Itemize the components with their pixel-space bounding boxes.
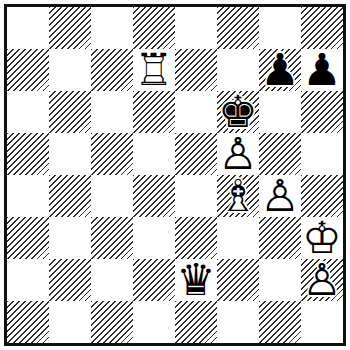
square-b2[interactable]: [49, 259, 91, 301]
square-f7[interactable]: [217, 49, 259, 91]
square-b7[interactable]: [49, 49, 91, 91]
square-d7[interactable]: ♜♖: [133, 49, 175, 91]
square-c4[interactable]: [91, 175, 133, 217]
square-b8[interactable]: [49, 7, 91, 49]
square-a5[interactable]: [7, 133, 49, 175]
square-g4[interactable]: ♟♙: [259, 175, 301, 217]
square-a6[interactable]: [7, 91, 49, 133]
white-pawn-backing: ♟: [259, 175, 301, 217]
white-pawn-backing: ♟: [301, 259, 343, 301]
black-queen[interactable]: ♛: [175, 259, 217, 301]
square-h4[interactable]: [301, 175, 343, 217]
square-d3[interactable]: [133, 217, 175, 259]
square-e6[interactable]: [175, 91, 217, 133]
square-e4[interactable]: [175, 175, 217, 217]
chess-diagram-page: ♜♖♟♟♚♟♙♝♗♟♙♚♔♛♟♙: [0, 0, 350, 350]
square-f1[interactable]: [217, 301, 259, 343]
square-e2[interactable]: ♛: [175, 259, 217, 301]
white-pawn-backing: ♟: [217, 133, 259, 175]
square-e3[interactable]: [175, 217, 217, 259]
square-g6[interactable]: [259, 91, 301, 133]
square-a2[interactable]: [7, 259, 49, 301]
square-h2[interactable]: ♟♙: [301, 259, 343, 301]
square-c3[interactable]: [91, 217, 133, 259]
square-g2[interactable]: [259, 259, 301, 301]
white-pawn[interactable]: ♙: [301, 259, 343, 301]
square-b1[interactable]: [49, 301, 91, 343]
square-h8[interactable]: [301, 7, 343, 49]
black-king[interactable]: ♚: [217, 91, 259, 133]
square-f8[interactable]: [217, 7, 259, 49]
square-d5[interactable]: [133, 133, 175, 175]
white-rook[interactable]: ♖: [133, 49, 175, 91]
square-g1[interactable]: [259, 301, 301, 343]
chessboard-frame: ♜♖♟♟♚♟♙♝♗♟♙♚♔♛♟♙: [4, 4, 346, 346]
white-pawn[interactable]: ♙: [217, 133, 259, 175]
square-c5[interactable]: [91, 133, 133, 175]
square-d1[interactable]: [133, 301, 175, 343]
square-f5[interactable]: ♟♙: [217, 133, 259, 175]
white-rook-backing: ♜: [133, 49, 175, 91]
square-a1[interactable]: [7, 301, 49, 343]
square-e8[interactable]: [175, 7, 217, 49]
white-king-backing: ♚: [301, 217, 343, 259]
white-bishop-backing: ♝: [217, 175, 259, 217]
square-b4[interactable]: [49, 175, 91, 217]
square-b5[interactable]: [49, 133, 91, 175]
white-bishop[interactable]: ♗: [217, 175, 259, 217]
square-d8[interactable]: [133, 7, 175, 49]
square-f2[interactable]: [217, 259, 259, 301]
square-g3[interactable]: [259, 217, 301, 259]
square-d6[interactable]: [133, 91, 175, 133]
square-c7[interactable]: [91, 49, 133, 91]
square-e5[interactable]: [175, 133, 217, 175]
black-pawn[interactable]: ♟: [259, 49, 301, 91]
square-c6[interactable]: [91, 91, 133, 133]
white-king[interactable]: ♔: [301, 217, 343, 259]
square-c1[interactable]: [91, 301, 133, 343]
square-g5[interactable]: [259, 133, 301, 175]
square-b3[interactable]: [49, 217, 91, 259]
black-pawn[interactable]: ♟: [301, 49, 343, 91]
square-h3[interactable]: ♚♔: [301, 217, 343, 259]
square-f6[interactable]: ♚: [217, 91, 259, 133]
square-f4[interactable]: ♝♗: [217, 175, 259, 217]
square-a8[interactable]: [7, 7, 49, 49]
square-c8[interactable]: [91, 7, 133, 49]
square-e7[interactable]: [175, 49, 217, 91]
square-b6[interactable]: [49, 91, 91, 133]
chessboard: ♜♖♟♟♚♟♙♝♗♟♙♚♔♛♟♙: [7, 7, 343, 343]
square-g7[interactable]: ♟: [259, 49, 301, 91]
square-a7[interactable]: [7, 49, 49, 91]
square-h5[interactable]: [301, 133, 343, 175]
square-d4[interactable]: [133, 175, 175, 217]
square-c2[interactable]: [91, 259, 133, 301]
square-a3[interactable]: [7, 217, 49, 259]
white-pawn[interactable]: ♙: [259, 175, 301, 217]
square-h7[interactable]: ♟: [301, 49, 343, 91]
square-g8[interactable]: [259, 7, 301, 49]
square-a4[interactable]: [7, 175, 49, 217]
square-f3[interactable]: [217, 217, 259, 259]
square-e1[interactable]: [175, 301, 217, 343]
square-h1[interactable]: [301, 301, 343, 343]
square-h6[interactable]: [301, 91, 343, 133]
square-d2[interactable]: [133, 259, 175, 301]
